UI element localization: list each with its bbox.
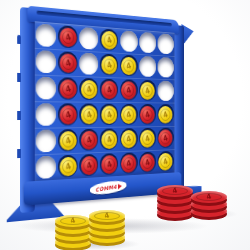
disc-hole: 4 <box>80 78 99 100</box>
empty-hole <box>158 81 174 101</box>
board-grid: 4444444444444444444444444444 <box>35 21 175 181</box>
empty-hole-cell[interactable] <box>138 54 156 79</box>
empty-hole <box>139 56 156 77</box>
red-disc-cell[interactable]: 4 <box>138 150 156 175</box>
empty-hole <box>36 77 56 100</box>
disc-hole: 4 <box>158 104 174 124</box>
connect-four-product-photo: 4444444444444444444444444444 COMM4 4 4 4… <box>0 0 250 250</box>
disc-hole: 4 <box>58 129 78 152</box>
disc-4-emboss: 4 <box>57 102 79 126</box>
red-disc: 4 <box>159 129 173 147</box>
disc-4-emboss: 4 <box>79 153 100 177</box>
disc-4-emboss: 4 <box>138 79 156 101</box>
yellow-disc: 4 <box>140 81 155 99</box>
disc-4-emboss: 4 <box>99 128 119 151</box>
red-disc-cell[interactable]: 4 <box>138 102 156 126</box>
empty-hole <box>36 156 56 179</box>
yellow-disc: 4 <box>81 79 97 98</box>
yellow-disc-stack-2[interactable]: 4 <box>89 203 129 243</box>
red-disc: 4 <box>81 155 97 175</box>
disc-hole: 4 <box>120 128 138 149</box>
yellow-spare-disc: 4 <box>89 210 125 222</box>
disc-4-emboss: 4 <box>157 150 175 172</box>
brand-logo-text: COMM4 <box>95 183 117 193</box>
disc-4-emboss: 4 <box>79 128 100 152</box>
yellow-disc-cell[interactable]: 4 <box>79 102 100 128</box>
disc-hole: 4 <box>100 153 118 175</box>
empty-hole <box>139 32 156 54</box>
yellow-disc: 4 <box>101 55 117 74</box>
red-disc: 4 <box>121 81 136 99</box>
yellow-disc-cell[interactable]: 4 <box>57 153 79 180</box>
disc-4-emboss: 4 <box>99 53 119 76</box>
disc-hole: 4 <box>58 155 78 178</box>
disc-4-emboss: 4 <box>99 103 119 126</box>
red-disc: 4 <box>121 154 136 173</box>
disc-hole: 4 <box>58 77 78 99</box>
disc-4-emboss: 4 <box>138 151 156 174</box>
red-spare-disc: 4 <box>191 191 227 203</box>
disc-4-emboss: 4 <box>57 51 79 75</box>
disc-4-emboss: 4 <box>79 103 100 127</box>
yellow-disc-cell[interactable]: 4 <box>138 126 156 150</box>
brand-logo-arrow-icon <box>117 183 121 189</box>
yellow-disc: 4 <box>159 106 173 124</box>
disc-hole: 4 <box>100 54 118 76</box>
yellow-disc-cell[interactable]: 4 <box>99 52 119 78</box>
disc-4-emboss: 4 <box>57 25 79 48</box>
red-disc: 4 <box>140 153 155 171</box>
empty-hole <box>158 33 174 54</box>
board-panel: 4444444444444444444444444444 <box>35 21 175 181</box>
red-disc: 4 <box>101 80 117 99</box>
disc-4-emboss: 4 <box>99 29 119 51</box>
red-disc-cell[interactable]: 4 <box>157 126 175 150</box>
red-disc-cell[interactable]: 4 <box>57 23 79 50</box>
empty-hole <box>158 57 174 78</box>
empty-hole-cell[interactable] <box>157 79 175 103</box>
disc-4-emboss: 4 <box>99 152 119 176</box>
empty-hole <box>120 30 138 52</box>
red-disc-cell[interactable]: 4 <box>99 77 119 102</box>
empty-hole-cell[interactable] <box>35 21 57 49</box>
empty-hole-cell[interactable] <box>35 75 57 102</box>
red-disc-cell[interactable]: 4 <box>79 127 100 153</box>
red-disc-stack-2[interactable]: 4 <box>191 181 231 217</box>
red-disc: 4 <box>59 105 76 124</box>
right-post <box>175 25 185 194</box>
yellow-disc: 4 <box>121 105 136 123</box>
red-disc: 4 <box>101 155 117 174</box>
red-disc-cell[interactable]: 4 <box>99 151 119 177</box>
yellow-disc: 4 <box>121 56 136 75</box>
disc-hole: 4 <box>80 129 99 151</box>
disc-4-emboss: 4 <box>57 128 79 152</box>
yellow-disc-cell[interactable]: 4 <box>99 102 119 127</box>
disc-hole: 4 <box>158 128 174 148</box>
yellow-disc-cell[interactable]: 4 <box>119 102 138 127</box>
red-disc: 4 <box>59 27 76 47</box>
empty-hole-cell[interactable] <box>157 55 175 79</box>
empty-hole-cell[interactable] <box>79 25 100 52</box>
yellow-disc-cell[interactable]: 4 <box>138 78 156 102</box>
disc-hole: 4 <box>100 29 118 51</box>
disc-hole: 4 <box>58 103 78 125</box>
disc-hole: 4 <box>139 152 156 173</box>
red-disc: 4 <box>59 53 76 73</box>
red-disc-cell[interactable]: 4 <box>57 75 79 101</box>
red-disc-cell[interactable]: 4 <box>79 152 100 178</box>
disc-4-emboss: 4 <box>119 127 138 150</box>
red-disc-cell[interactable]: 4 <box>119 77 138 102</box>
yellow-disc: 4 <box>101 130 117 149</box>
red-disc: 4 <box>81 130 97 149</box>
disc-4-emboss: 4 <box>79 77 100 100</box>
red-disc-cell[interactable]: 4 <box>119 151 138 176</box>
disc-hole: 4 <box>139 104 156 125</box>
yellow-spare-disc: 4 <box>55 215 91 227</box>
disc-hole: 4 <box>80 154 99 177</box>
disc-hole: 4 <box>58 25 78 48</box>
yellow-disc-cell[interactable]: 4 <box>157 102 175 126</box>
yellow-disc: 4 <box>81 105 97 124</box>
empty-hole <box>80 52 99 74</box>
yellow-disc-cell[interactable]: 4 <box>157 149 175 173</box>
yellow-disc: 4 <box>101 30 117 50</box>
yellow-disc-cell[interactable]: 4 <box>119 126 138 151</box>
empty-hole <box>36 129 56 152</box>
empty-hole-cell[interactable] <box>35 101 57 128</box>
disc-hole: 4 <box>120 79 138 100</box>
yellow-disc: 4 <box>140 129 155 147</box>
empty-hole-cell[interactable] <box>35 128 57 155</box>
disc-4-emboss: 4 <box>99 78 119 101</box>
disc-4-emboss: 4 <box>119 79 138 102</box>
yellow-disc: 4 <box>59 131 76 151</box>
disc-4-emboss: 4 <box>119 103 138 126</box>
red-disc-cell[interactable]: 4 <box>57 49 79 76</box>
disc-4-emboss: 4 <box>138 127 156 150</box>
empty-hole <box>36 23 56 47</box>
disc-4-emboss: 4 <box>157 103 175 125</box>
empty-hole-cell[interactable] <box>119 28 138 54</box>
empty-hole-cell[interactable] <box>157 31 175 56</box>
empty-hole <box>36 50 56 73</box>
disc-hole: 4 <box>120 104 138 125</box>
disc-hole: 4 <box>139 80 156 101</box>
disc-4-emboss: 4 <box>157 127 175 149</box>
empty-hole-cell[interactable] <box>79 50 100 76</box>
disc-hole: 4 <box>80 104 99 126</box>
red-disc: 4 <box>140 105 155 123</box>
left-post-hinge-tabs <box>17 35 21 185</box>
yellow-disc-cell[interactable]: 4 <box>99 127 119 152</box>
yellow-disc-cell[interactable]: 4 <box>99 27 119 53</box>
disc-hole: 4 <box>139 128 156 149</box>
yellow-disc-cell[interactable]: 4 <box>79 76 100 102</box>
disc-hole: 4 <box>120 152 138 174</box>
yellow-disc-cell[interactable]: 4 <box>119 53 138 78</box>
disc-4-emboss: 4 <box>57 77 79 101</box>
yellow-disc: 4 <box>121 130 136 148</box>
disc-hole: 4 <box>100 104 118 125</box>
disc-4-emboss: 4 <box>138 103 156 125</box>
disc-hole: 4 <box>58 51 78 74</box>
yellow-disc-cell[interactable]: 4 <box>57 127 79 153</box>
disc-4-emboss: 4 <box>119 55 138 77</box>
disc-4-emboss: 4 <box>119 152 138 175</box>
empty-hole-cell[interactable] <box>138 30 156 55</box>
brand-logo: COMM4 <box>90 179 127 196</box>
red-spare-disc: 4 <box>157 185 193 197</box>
disc-hole: 4 <box>120 55 138 77</box>
red-disc-cell[interactable]: 4 <box>57 101 79 127</box>
empty-hole <box>36 103 56 126</box>
disc-hole: 4 <box>100 129 118 151</box>
empty-hole-cell[interactable] <box>35 154 57 181</box>
disc-4-emboss: 4 <box>57 154 79 179</box>
yellow-disc: 4 <box>59 156 76 176</box>
yellow-disc: 4 <box>159 152 173 170</box>
empty-hole <box>80 27 99 50</box>
red-disc: 4 <box>59 79 76 99</box>
disc-hole: 4 <box>158 151 174 172</box>
disc-hole: 4 <box>100 79 118 101</box>
yellow-disc: 4 <box>101 105 117 124</box>
empty-hole-cell[interactable] <box>35 48 57 75</box>
